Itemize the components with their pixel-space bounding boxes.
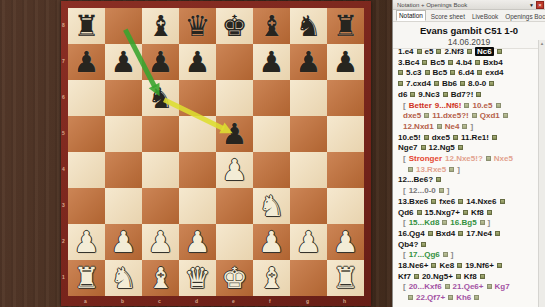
piece-white-knight[interactable]: ♞	[105, 260, 142, 296]
book-marker-icon[interactable]	[425, 70, 430, 75]
panel-menu-icon[interactable]: ▼	[529, 2, 534, 8]
book-marker-icon[interactable]	[497, 263, 502, 268]
notation-line: Kf720.Ng5+Kf8	[398, 272, 537, 283]
move-token[interactable]: 16.Bg5	[450, 218, 476, 227]
notation-line: 18.Ne6+Ke819.Nf6+	[398, 261, 537, 272]
piece-black-pawn[interactable]: ♟	[179, 44, 216, 80]
book-marker-icon[interactable]	[431, 199, 436, 204]
panel-tabs: Notation Score sheet LiveBook Openings B…	[393, 10, 545, 22]
book-marker-icon[interactable]	[408, 295, 413, 300]
book-marker-icon[interactable]	[458, 145, 463, 150]
move-token[interactable]: 15.Nxg7+	[425, 208, 460, 217]
move-token[interactable]: 9...Nf6!	[435, 101, 462, 110]
move-token[interactable]: 12...Be6?	[398, 175, 433, 184]
piece-black-queen[interactable]: ♛	[179, 8, 216, 44]
square-g3[interactable]	[290, 188, 327, 224]
move-token[interactable]: 12.Nxe5!?	[445, 154, 483, 163]
book-marker-icon[interactable]	[496, 103, 501, 108]
move-token[interactable]: Kh6	[456, 293, 471, 302]
book-marker-icon[interactable]	[480, 220, 485, 225]
piece-black-knight[interactable]: ♞	[142, 80, 179, 116]
move-token[interactable]: 2.Nf3	[444, 47, 464, 56]
piece-white-pawn[interactable]: ♟	[179, 224, 216, 260]
notation-line: 13.Bxe6fxe614.Nxe6	[398, 197, 537, 208]
move-token[interactable]: Stronger	[409, 154, 442, 163]
book-marker-icon[interactable]	[460, 81, 465, 86]
chess-board-frame: ♜♝♛♚♝♞♜♟♟♟♟♟♟♟♞♟♟♞♟♟♟♟♟♟♟♜♞♝♛♚♝♜ 8765432…	[61, 1, 371, 306]
book-marker-icon[interactable]	[467, 49, 472, 54]
book-marker-icon[interactable]	[462, 124, 467, 129]
book-marker-icon[interactable]	[436, 177, 441, 182]
close-icon[interactable]: ×	[536, 1, 544, 9]
move-token[interactable]: Qxd1	[480, 111, 500, 120]
square-g5[interactable]	[290, 116, 327, 152]
book-marker-icon[interactable]	[456, 274, 461, 279]
file-label-b: b	[121, 298, 124, 304]
move-token[interactable]: fxe6	[439, 197, 455, 206]
move-token[interactable]: 1.e4	[398, 47, 414, 56]
notation-line: Nge712.Ng5	[398, 143, 537, 154]
book-marker-icon[interactable]	[477, 70, 482, 75]
move-token[interactable]: [	[403, 101, 406, 110]
move-token[interactable]: 7.cxd4	[406, 79, 431, 88]
book-marker-icon[interactable]	[417, 210, 422, 215]
piece-black-pawn[interactable]: ♟	[253, 44, 290, 80]
square-f5[interactable]	[253, 116, 290, 152]
piece-white-pawn[interactable]: ♟	[142, 224, 179, 260]
square-b6[interactable]	[105, 80, 142, 116]
notation-line: 3.Bc4Bc54.b4Bxb4	[398, 58, 537, 69]
piece-black-rook[interactable]: ♜	[68, 8, 105, 44]
panel-title: Notation + Openings Book	[397, 2, 529, 8]
tab-notation[interactable]: Notation	[396, 10, 426, 21]
rank-label-4: 4	[62, 166, 65, 172]
square-e3[interactable]	[216, 188, 253, 224]
square-c5[interactable]	[142, 116, 179, 152]
piece-white-pawn[interactable]: ♟	[216, 152, 253, 188]
book-marker-icon[interactable]	[487, 210, 492, 215]
book-marker-icon[interactable]	[421, 145, 426, 150]
square-b5[interactable]	[105, 116, 142, 152]
file-label-e: e	[232, 298, 235, 304]
square-h2[interactable]: ♟	[327, 224, 364, 260]
move-token[interactable]: 15...Kd8	[409, 218, 440, 227]
book-marker-icon[interactable]	[500, 199, 505, 204]
square-c4[interactable]	[142, 152, 179, 188]
square-d4[interactable]	[179, 152, 216, 188]
square-c6[interactable]: ♞	[142, 80, 179, 116]
move-token[interactable]: ]	[457, 165, 460, 174]
book-marker-icon[interactable]	[489, 81, 494, 86]
square-h6[interactable]	[327, 80, 364, 116]
book-marker-icon[interactable]	[487, 284, 492, 289]
square-c8[interactable]: ♝	[142, 8, 179, 44]
book-marker-icon[interactable]	[424, 113, 429, 118]
notation-line: 22.Qf7+Kh6	[408, 293, 537, 304]
move-token[interactable]: Better	[409, 101, 432, 110]
square-g2[interactable]: ♟	[290, 224, 327, 260]
book-marker-icon[interactable]	[480, 274, 485, 279]
game-title: Evans gambit C51 1-0	[393, 25, 545, 36]
move-token[interactable]: ]	[447, 186, 450, 195]
tab-openings-book[interactable]: Openings Book	[503, 12, 545, 21]
piece-white-knight[interactable]: ♞	[253, 188, 290, 224]
book-marker-icon[interactable]	[434, 81, 439, 86]
move-token[interactable]: Nc6	[475, 47, 494, 56]
scroll-up-icon[interactable]: ▴	[541, 40, 544, 46]
book-marker-icon[interactable]	[463, 210, 468, 215]
square-e2[interactable]	[216, 224, 253, 260]
book-marker-icon[interactable]	[424, 135, 429, 140]
book-marker-icon[interactable]	[492, 135, 497, 140]
notation-line: 16.Qg4Bxd417.Ne4	[398, 229, 537, 240]
move-token[interactable]: Qd6	[398, 208, 414, 217]
move-token[interactable]: 20.Ng5+	[422, 272, 453, 281]
rank-label-8: 8	[62, 22, 65, 28]
notation-line: [15...Kd816.Bg5]	[403, 218, 537, 229]
square-a7[interactable]: ♟	[68, 44, 105, 80]
piece-white-pawn[interactable]: ♟	[253, 224, 290, 260]
square-a2[interactable]: ♟	[68, 224, 105, 260]
book-marker-icon[interactable]	[464, 103, 469, 108]
move-token[interactable]: [	[403, 154, 406, 163]
move-token[interactable]: 10.e5!	[398, 133, 421, 142]
piece-black-pawn[interactable]: ♟	[68, 44, 105, 80]
square-g4[interactable]	[290, 152, 327, 188]
notation-line: [12...0-0]	[403, 186, 537, 197]
move-token[interactable]: Nge7	[398, 143, 418, 152]
move-token[interactable]: Nxe5	[494, 154, 513, 163]
square-c2[interactable]: ♟	[142, 224, 179, 260]
book-marker-icon[interactable]	[431, 263, 436, 268]
square-d7[interactable]: ♟	[179, 44, 216, 80]
move-token[interactable]: 18.Ne6+	[398, 261, 428, 270]
move-token[interactable]: Bxb4	[483, 58, 503, 67]
square-a4[interactable]	[68, 152, 105, 188]
square-d2[interactable]: ♟	[179, 224, 216, 260]
book-marker-icon[interactable]	[408, 167, 413, 172]
piece-black-pawn[interactable]: ♟	[290, 44, 327, 80]
tab-score-sheet[interactable]: Score sheet	[429, 12, 467, 21]
notation-scrollbar[interactable]: ▴	[538, 40, 545, 307]
book-marker-icon[interactable]	[410, 92, 415, 97]
tab-livebook[interactable]: LiveBook	[470, 12, 500, 21]
notation-panel: Notation + Openings Book ▼ × Notation Sc…	[392, 0, 545, 307]
square-c1[interactable]: ♝	[142, 260, 179, 296]
piece-black-pawn[interactable]: ♟	[142, 44, 179, 80]
square-e1[interactable]: ♚	[216, 260, 253, 296]
square-g1[interactable]	[290, 260, 327, 296]
book-marker-icon[interactable]	[495, 231, 500, 236]
piece-black-rook[interactable]: ♜	[327, 8, 364, 44]
move-token[interactable]: Bc5	[433, 68, 448, 77]
square-b3[interactable]	[105, 188, 142, 224]
book-marker-icon[interactable]	[398, 70, 403, 75]
rank-label-3: 3	[62, 202, 65, 208]
move-token[interactable]: 12.Ng5	[429, 143, 455, 152]
move-token[interactable]: 22.Qf7+	[416, 293, 445, 302]
move-token[interactable]: Bb6	[442, 79, 457, 88]
square-g7[interactable]: ♟	[290, 44, 327, 80]
square-h8[interactable]: ♜	[327, 8, 364, 44]
move-token[interactable]: 11.Re1!	[461, 133, 489, 142]
book-marker-icon[interactable]	[503, 113, 508, 118]
square-d1[interactable]: ♛	[179, 260, 216, 296]
book-marker-icon[interactable]	[474, 295, 479, 300]
file-label-a: a	[84, 298, 87, 304]
book-marker-icon[interactable]	[443, 92, 448, 97]
book-marker-icon[interactable]	[414, 274, 419, 279]
notation-line: [Stronger12.Nxe5!?Nxe5	[403, 154, 537, 165]
square-e4[interactable]: ♟	[216, 152, 253, 188]
notation-line: Qd615.Nxg7+Kf8	[398, 208, 537, 219]
move-token[interactable]: [	[403, 218, 406, 227]
piece-white-pawn[interactable]: ♟	[290, 224, 327, 260]
move-token[interactable]: Kf7	[398, 272, 411, 281]
book-marker-icon[interactable]	[458, 199, 463, 204]
book-marker-icon[interactable]	[448, 295, 453, 300]
move-token[interactable]: 21.Qe6+	[453, 282, 484, 291]
square-f4[interactable]	[253, 152, 290, 188]
move-token[interactable]: 14.Nxe6	[466, 197, 496, 206]
square-a5[interactable]	[68, 116, 105, 152]
move-token[interactable]: dxe5	[403, 111, 421, 120]
move-token[interactable]: 17.Ne4	[466, 229, 492, 238]
move-token[interactable]: 9.Nc3	[418, 90, 439, 99]
move-token[interactable]: ]	[451, 250, 454, 259]
square-e6[interactable]	[216, 80, 253, 116]
chess-board[interactable]: ♜♝♛♚♝♞♜♟♟♟♟♟♟♟♞♟♟♞♟♟♟♟♟♟♟♜♞♝♛♚♝♜	[68, 8, 364, 296]
move-token[interactable]: Ne4	[445, 122, 460, 131]
square-d8[interactable]: ♛	[179, 8, 216, 44]
book-marker-icon[interactable]	[476, 92, 481, 97]
piece-white-pawn[interactable]: ♟	[327, 224, 364, 260]
book-marker-icon[interactable]	[497, 49, 502, 54]
book-marker-icon[interactable]	[449, 167, 454, 172]
square-f1[interactable]: ♝	[253, 260, 290, 296]
move-token[interactable]: [	[403, 250, 406, 259]
move-token[interactable]: ]	[470, 122, 473, 131]
piece-white-rook[interactable]: ♜	[68, 260, 105, 296]
app-window: { "game": "chess", "position": "r1bqkbnr…	[0, 0, 545, 307]
move-token[interactable]: [	[403, 282, 406, 291]
book-marker-icon[interactable]	[442, 220, 447, 225]
move-token[interactable]: 19.Nf6+	[465, 261, 494, 270]
notation-line: Qb4?	[398, 240, 537, 251]
square-b1[interactable]: ♞	[105, 260, 142, 296]
move-token[interactable]: Ke8	[439, 261, 454, 270]
book-marker-icon[interactable]	[450, 70, 455, 75]
move-token[interactable]: Qb4?	[398, 240, 418, 249]
square-g6[interactable]	[290, 80, 327, 116]
book-marker-icon[interactable]	[398, 81, 403, 86]
square-d5[interactable]	[179, 116, 216, 152]
notation-line: 7.cxd4Bb68.0-0	[398, 79, 537, 90]
square-h3[interactable]	[327, 188, 364, 224]
move-token[interactable]: d6	[398, 90, 407, 99]
move-token[interactable]: 17...Qg6	[409, 250, 440, 259]
move-token[interactable]: 3.Bc4	[398, 58, 419, 67]
book-marker-icon[interactable]	[453, 135, 458, 140]
piece-white-bishop[interactable]: ♝	[253, 260, 290, 296]
book-marker-icon[interactable]	[475, 60, 480, 65]
notation-line: 12.Nxd1Ne4]	[403, 122, 537, 133]
move-token[interactable]: 8.0-0	[468, 79, 486, 88]
piece-black-knight[interactable]: ♞	[290, 8, 327, 44]
book-marker-icon[interactable]	[443, 252, 448, 257]
square-h1[interactable]: ♜	[327, 260, 364, 296]
book-marker-icon[interactable]	[445, 284, 450, 289]
move-token[interactable]: 11.dxe5?!	[432, 111, 468, 120]
notation-line: 1.e4e52.Nf3Nc6	[398, 47, 537, 58]
file-label-c: c	[158, 298, 161, 304]
square-d3[interactable]	[179, 188, 216, 224]
book-marker-icon[interactable]	[421, 242, 426, 247]
piece-black-bishop[interactable]: ♝	[142, 8, 179, 44]
move-token[interactable]: 13.Bxe6	[398, 197, 428, 206]
file-label-f: f	[269, 298, 271, 304]
book-marker-icon[interactable]	[472, 113, 477, 118]
square-b7[interactable]: ♟	[105, 44, 142, 80]
square-d6[interactable]	[179, 80, 216, 116]
square-f6[interactable]	[253, 80, 290, 116]
move-token[interactable]: Kg7	[495, 282, 510, 291]
move-token[interactable]: Kf8	[464, 272, 477, 281]
move-token[interactable]: 4.b4	[456, 58, 472, 67]
rank-label-5: 5	[62, 130, 65, 136]
move-token[interactable]: ]	[488, 218, 491, 227]
rank-label-1: 1	[62, 274, 65, 280]
square-a1[interactable]: ♜	[68, 260, 105, 296]
square-c3[interactable]	[142, 188, 179, 224]
notation-line: [Better9...Nf6!10.e5	[403, 101, 537, 112]
square-g8[interactable]: ♞	[290, 8, 327, 44]
move-token[interactable]: Bc5	[430, 58, 445, 67]
file-label-g: g	[306, 298, 309, 304]
move-token[interactable]: Bd7?!	[451, 90, 474, 99]
square-f3[interactable]: ♞	[253, 188, 290, 224]
move-token[interactable]: 13.Rxe5	[416, 165, 446, 174]
square-b4[interactable]	[105, 152, 142, 188]
book-marker-icon[interactable]	[448, 60, 453, 65]
move-token[interactable]: exd4	[485, 68, 503, 77]
rank-label-6: 6	[62, 94, 65, 100]
move-token[interactable]: [	[403, 186, 406, 195]
square-h4[interactable]	[327, 152, 364, 188]
notation-line: 13.Rxe5]	[408, 165, 537, 176]
move-token[interactable]: dxe5	[432, 133, 450, 142]
square-f2[interactable]: ♟	[253, 224, 290, 260]
square-a8[interactable]: ♜	[68, 8, 105, 44]
piece-white-pawn[interactable]: ♟	[68, 224, 105, 260]
square-f8[interactable]: ♝	[253, 8, 290, 44]
file-label-d: d	[195, 298, 198, 304]
square-c7[interactable]: ♟	[142, 44, 179, 80]
rank-label-7: 7	[62, 58, 65, 64]
piece-white-rook[interactable]: ♜	[327, 260, 364, 296]
move-token[interactable]: e5	[425, 47, 434, 56]
square-h7[interactable]: ♟	[327, 44, 364, 80]
move-token[interactable]: 16.Qg4	[398, 229, 425, 238]
piece-white-queen[interactable]: ♛	[179, 260, 216, 296]
move-list[interactable]: 1.e4e52.Nf3Nc63.Bc4Bc54.b4Bxb45.c3Bc56.d…	[393, 45, 538, 307]
book-marker-icon[interactable]	[457, 263, 462, 268]
square-b2[interactable]: ♟	[105, 224, 142, 260]
square-e5[interactable]: ♟	[216, 116, 253, 152]
notation-line: 5.c3Bc56.d4exd4	[398, 68, 537, 79]
panel-titlebar[interactable]: Notation + Openings Book ▼ ×	[393, 0, 545, 10]
move-token[interactable]: 12.Nxd1	[403, 122, 434, 131]
move-token[interactable]: Bxd4	[436, 229, 456, 238]
piece-black-pawn[interactable]: ♟	[216, 116, 253, 152]
square-e8[interactable]: ♚	[216, 8, 253, 44]
piece-black-pawn[interactable]: ♟	[327, 44, 364, 80]
notation-line: dxe511.dxe5?!Qxd1	[403, 111, 537, 122]
square-a3[interactable]	[68, 188, 105, 224]
move-token[interactable]: 10.e5	[472, 101, 492, 110]
notation-line: 12...Be6?	[398, 175, 537, 186]
square-f7[interactable]: ♟	[253, 44, 290, 80]
piece-black-bishop[interactable]: ♝	[253, 8, 290, 44]
notation-line: 10.e5!dxe511.Re1!	[398, 133, 537, 144]
piece-black-pawn[interactable]: ♟	[105, 44, 142, 80]
notation-line: [20...Kxf621.Qe6+Kg7	[403, 282, 537, 293]
notation-line: [17...Qg6]	[403, 250, 537, 261]
book-marker-icon[interactable]	[437, 124, 442, 129]
move-token[interactable]: 6.d4	[458, 68, 474, 77]
book-marker-icon[interactable]	[436, 49, 441, 54]
piece-black-king[interactable]: ♚	[216, 8, 253, 44]
book-marker-icon[interactable]	[486, 156, 491, 161]
move-token[interactable]: 5.c3	[406, 68, 422, 77]
move-token[interactable]: Kf8	[471, 208, 484, 217]
piece-white-king[interactable]: ♚	[216, 260, 253, 296]
square-h5[interactable]	[327, 116, 364, 152]
rank-label-2: 2	[62, 238, 65, 244]
book-marker-icon[interactable]	[417, 49, 422, 54]
square-b8[interactable]	[105, 8, 142, 44]
book-marker-icon[interactable]	[458, 231, 463, 236]
file-label-h: h	[343, 298, 346, 304]
square-a6[interactable]	[68, 80, 105, 116]
notation-line: d69.Nc3Bd7?!	[398, 90, 537, 101]
book-marker-icon[interactable]	[439, 188, 444, 193]
book-marker-icon[interactable]	[422, 60, 427, 65]
piece-white-pawn[interactable]: ♟	[105, 224, 142, 260]
move-token[interactable]: 20...Kxf6	[409, 282, 442, 291]
move-token[interactable]: 12...0-0	[409, 186, 436, 195]
book-marker-icon[interactable]	[428, 231, 433, 236]
square-e7[interactable]	[216, 44, 253, 80]
piece-white-bishop[interactable]: ♝	[142, 260, 179, 296]
